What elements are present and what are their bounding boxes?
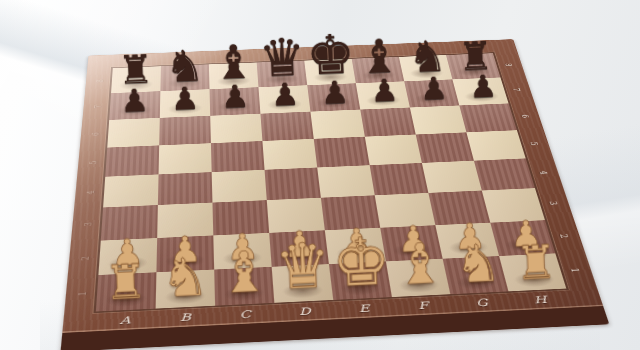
piece-black-pawn-d7[interactable]: ♟ xyxy=(270,78,299,110)
square-anchor-d7: ♟ xyxy=(258,85,310,113)
file-label-A: A xyxy=(95,313,156,327)
piece-white-bishop-f1[interactable]: ♝ xyxy=(394,236,445,294)
piece-black-pawn-c7[interactable]: ♟ xyxy=(220,80,249,112)
square-anchor-c1: ♝ xyxy=(214,267,274,306)
rank-label-8: 8 xyxy=(75,73,122,89)
square-anchor-d1: ♛ xyxy=(272,264,334,303)
square-anchor-g7: ♟ xyxy=(404,79,459,107)
piece-white-knight-b1[interactable]: ♞ xyxy=(160,250,209,305)
square-anchor-h1: ♜ xyxy=(499,253,566,291)
piece-white-knight-g1[interactable]: ♞ xyxy=(454,236,502,290)
piece-black-pawn-g7[interactable]: ♟ xyxy=(419,72,448,104)
rank-label-5: 5 xyxy=(66,153,117,171)
rank-label-8: 8 xyxy=(485,57,534,72)
rank-label-5: 5 xyxy=(508,135,561,153)
square-anchor-e7: ♟ xyxy=(307,83,360,111)
file-label-G: G xyxy=(451,295,512,309)
file-label-C: C xyxy=(215,307,275,321)
square-anchor-c7: ♟ xyxy=(210,87,261,115)
square-anchor-e1: ♚ xyxy=(329,261,392,300)
file-label-E: E xyxy=(334,301,395,315)
piece-white-bishop-c1[interactable]: ♝ xyxy=(217,244,269,302)
file-label-B: B xyxy=(155,310,215,324)
board-frame: ABCDEFGH 87654321 87654321 ♜♞♝♛♚♝♞♜♟♟♟♟♟… xyxy=(61,39,610,350)
square-anchor-a1: ♜ xyxy=(96,272,157,311)
file-label-H: H xyxy=(510,293,571,307)
piece-white-king-e1[interactable]: ♚ xyxy=(330,228,391,296)
piece-black-pawn-e7[interactable]: ♟ xyxy=(320,76,349,108)
file-label-D: D xyxy=(275,304,335,318)
piece-white-rook-a1[interactable]: ♜ xyxy=(103,258,147,307)
photo-scene: ABCDEFGH 87654321 87654321 ♜♞♝♛♚♝♞♜♟♟♟♟♟… xyxy=(0,0,640,350)
piece-black-pawn-a7[interactable]: ♟ xyxy=(119,84,148,116)
piece-black-pawn-b7[interactable]: ♟ xyxy=(170,82,199,114)
chess-board: ABCDEFGH 87654321 87654321 ♜♞♝♛♚♝♞♜♟♟♟♟♟… xyxy=(61,39,610,350)
square-anchor-b1: ♞ xyxy=(156,269,215,308)
rank-label-7: 7 xyxy=(72,99,121,116)
square-anchor-b7: ♟ xyxy=(160,89,210,117)
square-anchor-f7: ♟ xyxy=(356,81,410,109)
rank-label-6: 6 xyxy=(69,125,119,143)
square-anchor-g1: ♞ xyxy=(443,256,509,294)
rank-label-7: 7 xyxy=(492,82,543,98)
piece-white-rook-h1[interactable]: ♜ xyxy=(514,239,557,287)
square-anchor-f1: ♝ xyxy=(386,259,450,298)
rank-label-6: 6 xyxy=(500,107,552,124)
piece-white-queen-d1[interactable]: ♛ xyxy=(273,234,331,299)
file-label-F: F xyxy=(393,298,454,312)
piece-black-pawn-f7[interactable]: ♟ xyxy=(370,74,399,106)
